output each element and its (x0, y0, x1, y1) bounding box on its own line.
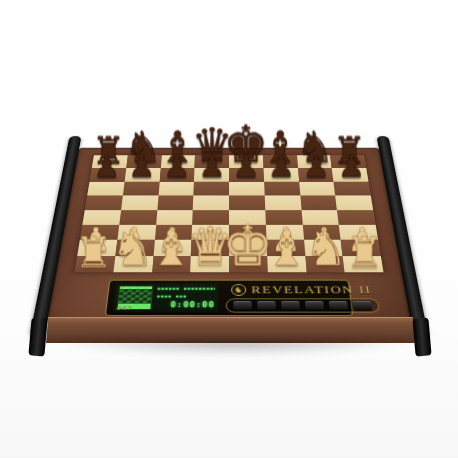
floor-shadow (58, 340, 408, 356)
square-e4 (229, 210, 266, 225)
piece-white-pawn-d2: ♟ (195, 224, 225, 255)
square-h5 (335, 196, 373, 210)
square-c1: ♝ (152, 256, 191, 272)
square-e8: ♚ (229, 155, 263, 168)
lcd-line1: ▪▪▪▪▪▪ ▪▪▪▪▪▪▪▪▪ ! (157, 286, 215, 290)
piece-white-pawn-a2: ♟ (81, 224, 111, 255)
piece-white-pawn-c2: ♟ (157, 224, 187, 255)
square-d4 (192, 210, 229, 225)
square-h3 (339, 225, 378, 240)
control-panel: ▪▪▪▪▪▪ ▪▪▪▪▪▪▪▪▪ ! ▪▪▪▪ ▪▪▪ 0:00:00 DGT … (105, 280, 354, 316)
piece-white-knight-g1: ♞ (304, 226, 347, 272)
square-d5 (193, 196, 229, 210)
square-e3 (229, 225, 266, 240)
square-d1: ♛ (190, 256, 229, 272)
piece-black-bishop-c8: ♝ (158, 127, 197, 168)
square-g3 (302, 225, 341, 240)
piece-white-bishop-c1: ♝ (149, 226, 192, 272)
square-c3 (154, 225, 192, 240)
square-b1: ♞ (113, 256, 153, 272)
device-button-3 (281, 301, 300, 310)
square-f4 (265, 210, 302, 225)
square-c5 (157, 196, 194, 210)
piece-white-knight-b1: ♞ (111, 226, 154, 272)
walnut-board-frame: ♜♞♝♛♚♝♞♜♟♟♟♟♟♟♟♟♟♟♟♟♟♟♟♟♜♞♝♛♚♝♞♜ ▪▪▪▪▪▪ … (46, 148, 412, 324)
square-b3 (117, 225, 156, 240)
piece-black-rook-h8: ♜ (332, 133, 365, 168)
square-a3 (80, 225, 119, 240)
piece-white-pawn-e2: ♟ (233, 224, 263, 255)
knight-logo-icon: ♞ (231, 284, 246, 296)
piece-white-pawn-f2: ♟ (271, 224, 301, 255)
square-e5 (229, 196, 265, 210)
square-c4 (156, 210, 193, 225)
square-g8: ♞ (297, 155, 332, 168)
square-g7: ♟ (298, 168, 334, 181)
square-f8: ♝ (263, 155, 298, 168)
square-d8: ♛ (195, 155, 229, 168)
device-button-row (226, 298, 381, 312)
square-f7: ♟ (263, 168, 298, 181)
piece-black-bishop-f8: ♝ (261, 127, 300, 168)
device-button-2 (257, 301, 276, 310)
square-c6 (158, 182, 194, 196)
piece-white-pawn-g2: ♟ (309, 224, 339, 255)
square-d6 (194, 182, 229, 196)
square-e6 (229, 182, 264, 196)
square-h8: ♜ (330, 155, 366, 168)
chess-board-3d: ♜♞♝♛♚♝♞♜♟♟♟♟♟♟♟♟♟♟♟♟♟♟♟♟♜♞♝♛♚♝♞♜ ▪▪▪▪▪▪ … (46, 148, 412, 324)
square-b2: ♟ (115, 240, 154, 256)
square-h1: ♜ (343, 256, 384, 272)
square-a6 (87, 182, 124, 196)
square-b5 (121, 196, 158, 210)
dgt-logo: DGT (116, 305, 132, 310)
piece-black-queen-d8: ♛ (191, 124, 233, 168)
square-a7: ♟ (89, 168, 126, 181)
square-f6 (264, 182, 300, 196)
square-c7: ♟ (159, 168, 194, 181)
square-h7: ♟ (332, 168, 369, 181)
square-b8: ♞ (126, 155, 161, 168)
square-a1: ♜ (75, 256, 116, 272)
piece-black-rook-a8: ♜ (92, 133, 125, 168)
piece-white-pawn-h2: ♟ (347, 224, 377, 255)
square-c8: ♝ (160, 155, 195, 168)
square-g6 (299, 182, 336, 196)
square-g5 (300, 196, 337, 210)
lcd-display: ▪▪▪▪▪▪ ▪▪▪▪▪▪▪▪▪ ! ▪▪▪▪ ▪▪▪ 0:00:00 DGT (113, 284, 218, 312)
square-d2: ♟ (191, 240, 229, 256)
square-f3 (266, 225, 304, 240)
square-a5 (85, 196, 123, 210)
device-button-1 (233, 301, 252, 310)
square-a4 (82, 210, 120, 225)
device-button-4 (305, 301, 324, 310)
piece-white-bishop-f1: ♝ (265, 226, 308, 272)
left-rail-foot (28, 317, 47, 356)
lcd-line2: ▪▪▪▪ ▪▪▪ (157, 294, 215, 298)
square-d7: ♟ (194, 168, 229, 181)
square-f2: ♟ (266, 240, 305, 256)
device-button-5 (329, 301, 348, 310)
right-rail-foot (412, 317, 431, 356)
product-photo-revelation-ii: ♜♞♝♛♚♝♞♜♟♟♟♟♟♟♟♟♟♟♟♟♟♟♟♟♜♞♝♛♚♝♞♜ ▪▪▪▪▪▪ … (0, 0, 458, 458)
square-b4 (119, 210, 157, 225)
piece-white-pawn-b2: ♟ (119, 224, 149, 255)
square-b6 (123, 182, 160, 196)
square-a8: ♜ (92, 155, 128, 168)
square-g2: ♟ (304, 240, 343, 256)
lcd-clock: 0:00:00 (156, 302, 215, 309)
square-h6 (334, 182, 371, 196)
piece-black-king-e8: ♚ (224, 120, 269, 168)
device-button-6 (353, 301, 373, 310)
square-g1: ♞ (305, 256, 345, 272)
square-b7: ♟ (124, 168, 160, 181)
square-g4 (301, 210, 339, 225)
piece-black-knight-g8: ♞ (296, 127, 335, 168)
square-h4 (337, 210, 375, 225)
square-e1: ♚ (229, 256, 268, 272)
square-c2: ♟ (153, 240, 192, 256)
square-h2: ♟ (341, 240, 381, 256)
piece-black-knight-b8: ♞ (124, 127, 163, 168)
square-a2: ♟ (77, 240, 117, 256)
square-e2: ♟ (229, 240, 267, 256)
chess-grid: ♜♞♝♛♚♝♞♜♟♟♟♟♟♟♟♟♟♟♟♟♟♟♟♟♜♞♝♛♚♝♞♜ (73, 155, 384, 273)
square-d3 (192, 225, 229, 240)
square-f1: ♝ (267, 256, 306, 272)
panel-title: REVELATION II (251, 283, 372, 297)
square-f5 (264, 196, 301, 210)
square-e7: ♟ (229, 168, 264, 181)
piece-white-queen-d1: ♛ (186, 222, 233, 272)
